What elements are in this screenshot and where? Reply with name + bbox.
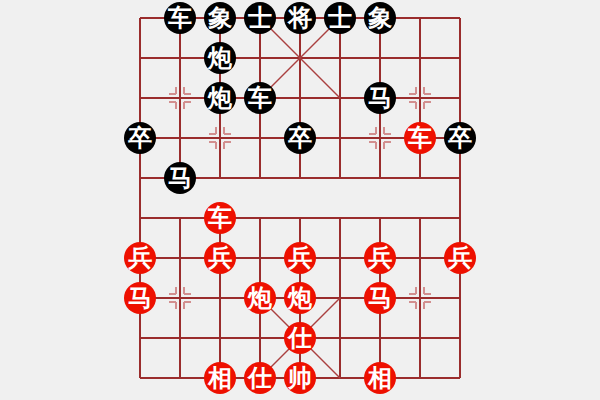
red-advisor[interactable]: 仕	[244, 362, 276, 394]
black-soldier[interactable]: 卒	[284, 122, 316, 154]
red-chariot[interactable]: 车	[204, 202, 236, 234]
black-chariot[interactable]: 车	[164, 2, 196, 34]
red-soldier[interactable]: 兵	[444, 242, 476, 274]
red-soldier[interactable]: 兵	[124, 242, 156, 274]
black-chariot[interactable]: 车	[244, 82, 276, 114]
black-horse[interactable]: 马	[164, 162, 196, 194]
red-elephant[interactable]: 相	[364, 362, 396, 394]
red-cannon[interactable]: 炮	[284, 282, 316, 314]
black-cannon[interactable]: 炮	[204, 42, 236, 74]
red-soldier[interactable]: 兵	[284, 242, 316, 274]
black-horse[interactable]: 马	[364, 82, 396, 114]
black-elephant[interactable]: 象	[204, 2, 236, 34]
red-soldier[interactable]: 兵	[204, 242, 236, 274]
black-general[interactable]: 将	[284, 2, 316, 34]
black-elephant[interactable]: 象	[364, 2, 396, 34]
red-chariot[interactable]: 车	[404, 122, 436, 154]
red-soldier[interactable]: 兵	[364, 242, 396, 274]
black-advisor[interactable]: 士	[324, 2, 356, 34]
red-horse[interactable]: 马	[364, 282, 396, 314]
red-elephant[interactable]: 相	[204, 362, 236, 394]
red-general[interactable]: 帅	[284, 362, 316, 394]
black-soldier[interactable]: 卒	[124, 122, 156, 154]
black-advisor[interactable]: 士	[244, 2, 276, 34]
black-cannon[interactable]: 炮	[204, 82, 236, 114]
xiangqi-board: 车象士将士象炮炮车马卒卒卒马车车兵兵兵兵兵马炮炮马仕相仕帅相	[0, 0, 600, 400]
red-advisor[interactable]: 仕	[284, 322, 316, 354]
red-horse[interactable]: 马	[124, 282, 156, 314]
red-cannon[interactable]: 炮	[244, 282, 276, 314]
black-soldier[interactable]: 卒	[444, 122, 476, 154]
